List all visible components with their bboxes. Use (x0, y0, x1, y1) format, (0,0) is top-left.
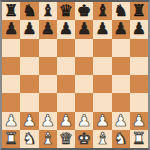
piece-black-pawn[interactable]: ♟ (22, 20, 36, 38)
square-g1[interactable]: ♞ (112, 130, 130, 148)
square-h2[interactable]: ♟ (130, 112, 148, 130)
piece-black-pawn[interactable]: ♟ (59, 20, 73, 38)
square-b1[interactable]: ♞ (20, 130, 38, 148)
square-b8[interactable]: ♞ (20, 2, 38, 20)
square-f3[interactable] (93, 93, 111, 111)
square-b3[interactable] (20, 93, 38, 111)
square-a7[interactable]: ♟ (2, 20, 20, 38)
piece-white-pawn[interactable]: ♟ (40, 112, 54, 130)
square-d4[interactable] (57, 75, 75, 93)
square-d7[interactable]: ♟ (57, 20, 75, 38)
square-d5[interactable] (57, 57, 75, 75)
square-a2[interactable]: ♟ (2, 112, 20, 130)
piece-black-knight[interactable]: ♞ (113, 2, 127, 20)
square-e8[interactable]: ♚ (75, 2, 93, 20)
square-d1[interactable]: ♛ (57, 130, 75, 148)
square-e5[interactable] (75, 57, 93, 75)
piece-black-knight[interactable]: ♞ (22, 2, 36, 20)
square-h4[interactable] (130, 75, 148, 93)
square-c2[interactable]: ♟ (39, 112, 57, 130)
square-h7[interactable]: ♟ (130, 20, 148, 38)
square-e4[interactable] (75, 75, 93, 93)
piece-white-bishop[interactable]: ♝ (95, 130, 109, 148)
square-h6[interactable] (130, 39, 148, 57)
piece-white-rook[interactable]: ♜ (132, 130, 146, 148)
square-b2[interactable]: ♟ (20, 112, 38, 130)
piece-black-pawn[interactable]: ♟ (4, 20, 18, 38)
square-h3[interactable] (130, 93, 148, 111)
piece-black-queen[interactable]: ♛ (59, 2, 73, 20)
piece-black-pawn[interactable]: ♟ (113, 20, 127, 38)
square-g4[interactable] (112, 75, 130, 93)
square-h5[interactable] (130, 57, 148, 75)
square-a6[interactable] (2, 39, 20, 57)
square-c6[interactable] (39, 39, 57, 57)
square-b5[interactable] (20, 57, 38, 75)
piece-white-rook[interactable]: ♜ (4, 130, 18, 148)
square-g6[interactable] (112, 39, 130, 57)
square-f7[interactable]: ♟ (93, 20, 111, 38)
square-b4[interactable] (20, 75, 38, 93)
square-g5[interactable] (112, 57, 130, 75)
square-h8[interactable]: ♜ (130, 2, 148, 20)
piece-white-knight[interactable]: ♞ (22, 130, 36, 148)
piece-white-knight[interactable]: ♞ (113, 130, 127, 148)
square-a1[interactable]: ♜ (2, 130, 20, 148)
square-g8[interactable]: ♞ (112, 2, 130, 20)
piece-white-pawn[interactable]: ♟ (4, 112, 18, 130)
piece-white-pawn[interactable]: ♟ (132, 112, 146, 130)
square-c7[interactable]: ♟ (39, 20, 57, 38)
square-f5[interactable] (93, 57, 111, 75)
piece-white-king[interactable]: ♚ (77, 130, 91, 148)
piece-white-pawn[interactable]: ♟ (22, 112, 36, 130)
square-e7[interactable]: ♟ (75, 20, 93, 38)
square-c4[interactable] (39, 75, 57, 93)
chess-board: ♜♞♝♛♚♝♞♜♟♟♟♟♟♟♟♟♟♟♟♟♟♟♟♟♜♞♝♛♚♝♞♜ (2, 2, 148, 148)
square-c1[interactable]: ♝ (39, 130, 57, 148)
square-g3[interactable] (112, 93, 130, 111)
piece-black-pawn[interactable]: ♟ (132, 20, 146, 38)
piece-black-pawn[interactable]: ♟ (77, 20, 91, 38)
square-e2[interactable]: ♟ (75, 112, 93, 130)
square-h1[interactable]: ♜ (130, 130, 148, 148)
square-c3[interactable] (39, 93, 57, 111)
square-d8[interactable]: ♛ (57, 2, 75, 20)
square-a5[interactable] (2, 57, 20, 75)
piece-white-pawn[interactable]: ♟ (113, 112, 127, 130)
square-c8[interactable]: ♝ (39, 2, 57, 20)
piece-black-bishop[interactable]: ♝ (40, 2, 54, 20)
square-a8[interactable]: ♜ (2, 2, 20, 20)
square-e1[interactable]: ♚ (75, 130, 93, 148)
square-f6[interactable] (93, 39, 111, 57)
square-c5[interactable] (39, 57, 57, 75)
piece-white-pawn[interactable]: ♟ (95, 112, 109, 130)
board-frame: ♜♞♝♛♚♝♞♜♟♟♟♟♟♟♟♟♟♟♟♟♟♟♟♟♜♞♝♛♚♝♞♜ (0, 0, 150, 150)
piece-white-pawn[interactable]: ♟ (77, 112, 91, 130)
square-f8[interactable]: ♝ (93, 2, 111, 20)
piece-black-king[interactable]: ♚ (77, 2, 91, 20)
square-e6[interactable] (75, 39, 93, 57)
piece-black-pawn[interactable]: ♟ (40, 20, 54, 38)
square-f2[interactable]: ♟ (93, 112, 111, 130)
square-d6[interactable] (57, 39, 75, 57)
square-b6[interactable] (20, 39, 38, 57)
square-f4[interactable] (93, 75, 111, 93)
square-b7[interactable]: ♟ (20, 20, 38, 38)
piece-white-queen[interactable]: ♛ (59, 130, 73, 148)
square-g7[interactable]: ♟ (112, 20, 130, 38)
piece-black-rook[interactable]: ♜ (132, 2, 146, 20)
square-a4[interactable] (2, 75, 20, 93)
piece-white-bishop[interactable]: ♝ (40, 130, 54, 148)
piece-black-pawn[interactable]: ♟ (95, 20, 109, 38)
square-a3[interactable] (2, 93, 20, 111)
square-g2[interactable]: ♟ (112, 112, 130, 130)
square-e3[interactable] (75, 93, 93, 111)
square-f1[interactable]: ♝ (93, 130, 111, 148)
square-d2[interactable]: ♟ (57, 112, 75, 130)
piece-black-rook[interactable]: ♜ (4, 2, 18, 20)
piece-white-pawn[interactable]: ♟ (59, 112, 73, 130)
piece-black-bishop[interactable]: ♝ (95, 2, 109, 20)
square-d3[interactable] (57, 93, 75, 111)
